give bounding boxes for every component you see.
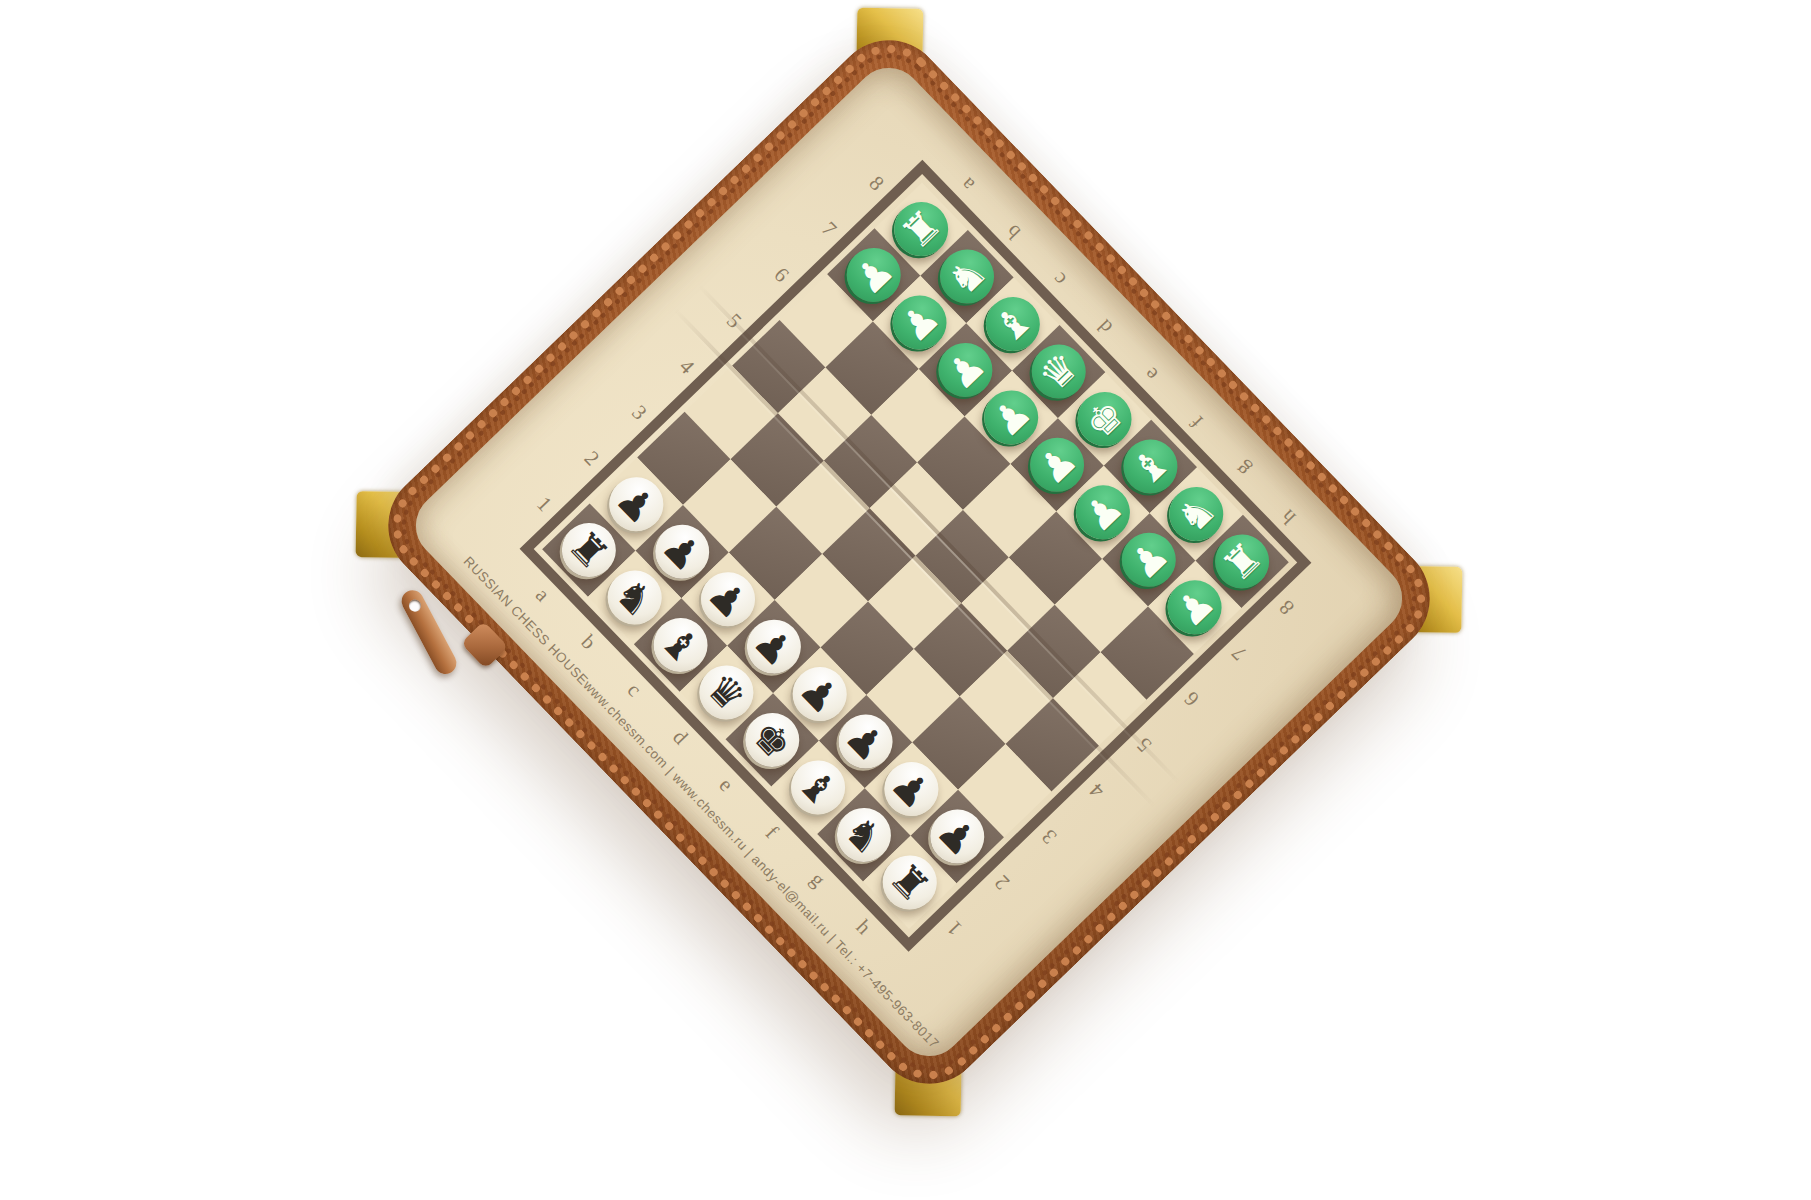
pawn-icon: ♟ [984, 391, 1038, 445]
case-leather-edge: ♜♞♝♛♚♝♞♜♟♟♟♟♟♟♟♟♟♟♟♟♟♟♟♟♜♞♝♛♚♝♞♜ aabbccd… [365, 17, 1453, 1107]
pawn-icon: ♟ [893, 296, 947, 350]
pawn-icon: ♟ [1122, 533, 1176, 587]
king-icon: ♚ [1078, 392, 1132, 446]
queen-icon: ♛ [1032, 345, 1086, 399]
pawn-icon: ♟ [939, 343, 993, 397]
pawn-icon: ♟ [609, 477, 663, 531]
chess-board: ♜♞♝♛♚♝♞♜♟♟♟♟♟♟♟♟♟♟♟♟♟♟♟♟♜♞♝♛♚♝♞♜ aabbccd… [477, 117, 1354, 994]
rook-icon: ♜ [883, 856, 937, 910]
bishop-icon: ♝ [791, 761, 845, 815]
pawn-icon: ♟ [793, 667, 847, 721]
king-icon: ♚ [745, 713, 799, 767]
knight-icon: ♞ [940, 250, 994, 304]
bishop-icon: ♝ [986, 297, 1040, 351]
knight-icon: ♞ [837, 808, 891, 862]
knight-icon: ♞ [1169, 487, 1223, 541]
pawn-icon: ♟ [847, 248, 901, 302]
chess-case: ♜♞♝♛♚♝♞♜♟♟♟♟♟♟♟♟♟♟♟♟♟♟♟♟♜♞♝♛♚♝♞♜ aabbccd… [365, 17, 1453, 1107]
pawn-icon: ♟ [701, 572, 755, 626]
bishop-icon: ♝ [1124, 440, 1178, 494]
knight-icon: ♞ [608, 571, 662, 625]
rook-icon: ♜ [562, 523, 616, 577]
pawn-icon: ♟ [655, 525, 709, 579]
queen-icon: ♛ [700, 666, 754, 720]
rook-icon: ♜ [894, 202, 948, 256]
case-lining: ♜♞♝♛♚♝♞♜♟♟♟♟♟♟♟♟♟♟♟♟♟♟♟♟♜♞♝♛♚♝♞♜ aabbccd… [402, 54, 1416, 1070]
pawn-icon: ♟ [930, 810, 984, 864]
pawn-icon: ♟ [885, 762, 939, 816]
pawn-icon: ♟ [1076, 485, 1130, 539]
pawn-icon: ♟ [747, 620, 801, 674]
pawn-icon: ♟ [1030, 438, 1084, 492]
pawn-icon: ♟ [1168, 580, 1222, 634]
pawn-icon: ♟ [839, 715, 893, 769]
photo-background: ♜♞♝♛♚♝♞♜♟♟♟♟♟♟♟♟♟♟♟♟♟♟♟♟♜♞♝♛♚♝♞♜ aabbccd… [0, 0, 1811, 1200]
rook-icon: ♜ [1215, 535, 1269, 589]
bishop-icon: ♝ [654, 618, 708, 672]
